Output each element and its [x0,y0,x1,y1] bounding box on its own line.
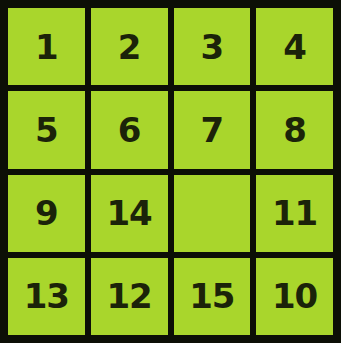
puzzle-tile[interactable]: 5 [8,91,85,168]
puzzle-board: 1 2 3 4 5 6 7 8 9 14 11 13 12 15 10 [0,0,341,343]
puzzle-tile[interactable]: 15 [174,258,251,335]
page-margin [0,343,341,347]
puzzle-tile[interactable]: 8 [256,91,333,168]
empty-cell [174,175,251,252]
puzzle-tile[interactable]: 6 [91,91,168,168]
puzzle-tile[interactable]: 9 [8,175,85,252]
puzzle-tile[interactable]: 14 [91,175,168,252]
puzzle-tile[interactable]: 3 [174,8,251,85]
puzzle-tile[interactable]: 10 [256,258,333,335]
puzzle-tile[interactable]: 13 [8,258,85,335]
puzzle-tile[interactable]: 7 [174,91,251,168]
puzzle-tile[interactable]: 4 [256,8,333,85]
puzzle-tile[interactable]: 12 [91,258,168,335]
puzzle-tile[interactable]: 1 [8,8,85,85]
puzzle-tile[interactable]: 2 [91,8,168,85]
puzzle-tile[interactable]: 11 [256,175,333,252]
